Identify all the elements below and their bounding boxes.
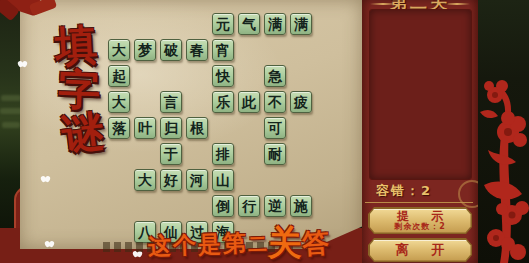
watermark-text: 关 [268,227,303,258]
tile-破[interactable]: 破 [160,39,182,61]
tile-快[interactable]: 快 [212,65,234,87]
tile-耐[interactable]: 耐 [264,143,286,165]
tile-梦[interactable]: 梦 [134,39,156,61]
tile-气[interactable]: 气 [238,13,260,35]
watermark-text: 答 [301,229,330,257]
tile-言[interactable]: 言 [160,91,182,113]
tile-落[interactable]: 落 [108,117,130,139]
watermark-text: 二 [248,231,268,258]
tile-于[interactable]: 于 [160,143,182,165]
tile-倒[interactable]: 倒 [212,195,234,217]
tile-行[interactable]: 行 [238,195,260,217]
game-window: 填 字 谜 元气满满大梦破春宵起快急大言乐此不疲落叶归根可于排耐大好河山倒行逆施… [0,0,529,263]
tolerance-text: 容错： [376,183,421,198]
tile-元[interactable]: 元 [212,13,234,35]
tile-排[interactable]: 排 [212,143,234,165]
hint-remaining-value: 2 [439,222,446,231]
butterfly-sparkle [133,251,142,258]
title-char: 填 [49,23,103,70]
background-scenery-right [478,0,529,263]
hint-remaining-text: 剩余次数： [394,222,439,231]
tile-不[interactable]: 不 [264,91,286,113]
answer-watermark: 这个是第 二 关 答 [148,225,330,262]
tile-春[interactable]: 春 [186,39,208,61]
tile-山[interactable]: 山 [212,169,234,191]
butterfly-sparkle [45,241,54,248]
paper-cut-flower-decoration [478,0,529,263]
tile-起[interactable]: 起 [108,65,130,87]
tile-施[interactable]: 施 [290,195,312,217]
tile-疲[interactable]: 疲 [290,91,312,113]
watermark-text: 这个是第 [148,228,249,262]
tile-逆[interactable]: 逆 [264,195,286,217]
tile-满[interactable]: 满 [264,13,286,35]
level-panel: 第二关 容错：2 提 示 剩余次数：2 离 开 [362,0,478,263]
hint-button-label: 提 示 [388,210,452,222]
blurred-background-text [1,95,21,101]
ring-decoration [458,180,478,208]
tile-急[interactable]: 急 [264,65,286,87]
butterfly-sparkle [18,61,27,68]
blurred-background-text [0,108,23,114]
title-char: 谜 [54,108,111,158]
tolerance-value: 2 [421,183,432,198]
butterfly-sparkle [41,176,50,183]
leave-button[interactable]: 离 开 [368,238,472,262]
tolerance-label: 容错：2 [376,182,432,200]
hint-remaining-label: 剩余次数：2 [394,222,446,231]
tile-根[interactable]: 根 [186,117,208,139]
tile-宵[interactable]: 宵 [212,39,234,61]
tile-大[interactable]: 大 [134,169,156,191]
tile-此[interactable]: 此 [238,91,260,113]
tile-叶[interactable]: 叶 [134,117,156,139]
blurred-background-text [2,122,20,128]
tile-归[interactable]: 归 [160,117,182,139]
tolerance-underline [365,202,473,203]
tile-好[interactable]: 好 [160,169,182,191]
leave-button-label: 离 开 [387,244,454,256]
knot-decoration [0,0,70,20]
tile-满[interactable]: 满 [290,13,312,35]
hint-button[interactable]: 提 示 剩余次数：2 [368,207,472,234]
tile-河[interactable]: 河 [186,169,208,191]
tile-大[interactable]: 大 [108,91,130,113]
game-title-vertical: 填 字 谜 [50,24,102,156]
tile-可[interactable]: 可 [264,117,286,139]
tile-大[interactable]: 大 [108,39,130,61]
clue-area [369,9,472,180]
tile-乐[interactable]: 乐 [212,91,234,113]
crossword-grid: 元气满满大梦破春宵起快急大言乐此不疲落叶归根可于排耐大好河山倒行逆施八仙过海 [106,11,314,245]
